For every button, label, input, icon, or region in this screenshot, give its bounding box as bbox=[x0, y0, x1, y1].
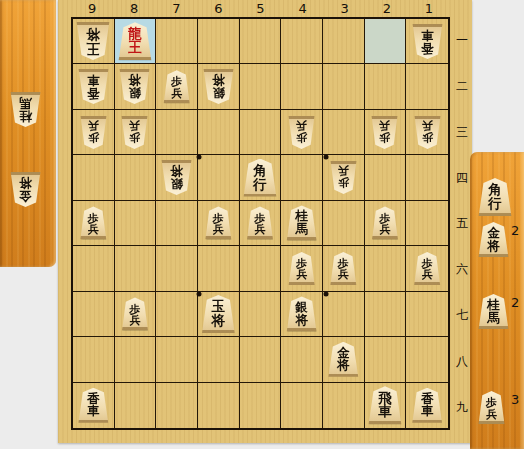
piece-4六[interactable]: 歩兵 bbox=[288, 252, 315, 285]
square-5八[interactable] bbox=[240, 337, 282, 382]
piece-kanji: 将 bbox=[337, 359, 350, 372]
square-5三[interactable] bbox=[240, 110, 282, 155]
square-3二[interactable] bbox=[323, 64, 365, 109]
square-8八[interactable] bbox=[115, 337, 157, 382]
piece-kanji: 銀 bbox=[212, 87, 225, 100]
rank-label: 七 bbox=[452, 292, 472, 338]
piece-8三[interactable]: 歩兵 bbox=[121, 116, 148, 149]
piece-2九[interactable]: 飛車 bbox=[368, 386, 402, 424]
piece-kanji: 車 bbox=[378, 405, 392, 419]
square-2一[interactable] bbox=[365, 19, 407, 64]
square-4八[interactable] bbox=[281, 337, 323, 382]
piece-kanji: 桂 bbox=[19, 110, 32, 123]
rank-label: 二 bbox=[452, 63, 472, 109]
file-label: 9 bbox=[71, 0, 113, 17]
piece-9三[interactable]: 歩兵 bbox=[80, 116, 107, 149]
square-8九[interactable] bbox=[115, 383, 157, 428]
hand-sente-角行[interactable]: 角行 bbox=[478, 178, 512, 216]
piece-kanji: 兵 bbox=[379, 120, 390, 131]
piece-kanji: 将 bbox=[212, 314, 226, 328]
square-8三[interactable]: 歩兵 bbox=[115, 110, 157, 155]
piece-9九[interactable]: 香車 bbox=[78, 388, 109, 423]
square-5五[interactable]: 歩兵 bbox=[240, 201, 282, 246]
piece-kanji: 兵 bbox=[171, 88, 182, 99]
square-1八[interactable] bbox=[406, 337, 448, 382]
square-3七[interactable] bbox=[323, 292, 365, 337]
piece-kanji: 将 bbox=[212, 74, 225, 87]
piece-5五[interactable]: 歩兵 bbox=[246, 206, 273, 239]
piece-kanji: 歩 bbox=[88, 131, 99, 142]
piece-kanji: 兵 bbox=[129, 315, 140, 326]
square-1三[interactable]: 歩兵 bbox=[406, 110, 448, 155]
piece-kanji: 将 bbox=[170, 165, 183, 178]
square-5一[interactable] bbox=[240, 19, 282, 64]
square-8七[interactable]: 歩兵 bbox=[115, 292, 157, 337]
piece-kanji: 兵 bbox=[213, 224, 224, 235]
file-label: 3 bbox=[324, 0, 366, 17]
piece-7四[interactable]: 銀将 bbox=[161, 160, 192, 195]
piece-kanji: 兵 bbox=[88, 224, 99, 235]
square-3五[interactable] bbox=[323, 201, 365, 246]
piece-kanji: 歩 bbox=[486, 397, 497, 408]
piece-count: 2 bbox=[511, 296, 519, 309]
piece-8七[interactable]: 歩兵 bbox=[121, 297, 148, 330]
piece-kanji: 馬 bbox=[295, 223, 308, 236]
piece-kanji: 行 bbox=[488, 197, 502, 211]
piece-2五[interactable]: 歩兵 bbox=[371, 206, 398, 239]
hand-sente-歩兵[interactable]: 歩兵 bbox=[478, 391, 505, 424]
piece-9一[interactable]: 王将 bbox=[76, 22, 110, 60]
square-4六[interactable]: 歩兵 bbox=[281, 246, 323, 291]
piece-kanji: 将 bbox=[87, 27, 101, 41]
piece-9二[interactable]: 香車 bbox=[78, 69, 109, 104]
square-1五[interactable] bbox=[406, 201, 448, 246]
square-9一[interactable]: 王将 bbox=[73, 19, 115, 64]
file-label: 7 bbox=[155, 0, 197, 17]
hand-piece-sente-3: 桂馬2 bbox=[478, 294, 509, 329]
piece-8二[interactable]: 銀将 bbox=[119, 69, 150, 104]
square-6五[interactable]: 歩兵 bbox=[198, 201, 240, 246]
piece-kanji: 兵 bbox=[129, 120, 140, 131]
square-9二[interactable]: 香車 bbox=[73, 64, 115, 109]
hoshi-star bbox=[197, 154, 202, 159]
piece-7二[interactable]: 歩兵 bbox=[163, 70, 190, 103]
rank-label: 一 bbox=[452, 17, 472, 63]
square-3一[interactable] bbox=[323, 19, 365, 64]
piece-kanji: 兵 bbox=[296, 120, 307, 131]
piece-3八[interactable]: 金将 bbox=[328, 342, 359, 377]
gote-hand-tray: 桂馬金将 bbox=[0, 0, 56, 267]
piece-2三[interactable]: 歩兵 bbox=[371, 116, 398, 149]
rank-label: 八 bbox=[452, 338, 472, 384]
square-6二[interactable]: 銀将 bbox=[198, 64, 240, 109]
piece-kanji: 将 bbox=[487, 240, 500, 253]
square-7五[interactable] bbox=[156, 201, 198, 246]
piece-kanji: 馬 bbox=[19, 97, 32, 110]
shogi-board: 987654321 一二三四五六七八九 王将龍王香車香車銀将歩兵銀将歩兵歩兵歩兵… bbox=[58, 0, 472, 443]
piece-kanji: 行 bbox=[253, 178, 267, 192]
square-7四[interactable]: 銀将 bbox=[156, 155, 198, 200]
piece-kanji: 兵 bbox=[254, 224, 265, 235]
square-5六[interactable] bbox=[240, 246, 282, 291]
square-6九[interactable] bbox=[198, 383, 240, 428]
piece-1六[interactable]: 歩兵 bbox=[414, 252, 441, 285]
square-3四[interactable]: 歩兵 bbox=[323, 155, 365, 200]
piece-kanji: 歩 bbox=[379, 131, 390, 142]
square-6七[interactable]: 玉将 bbox=[198, 292, 240, 337]
square-7二[interactable]: 歩兵 bbox=[156, 64, 198, 109]
rank-label: 五 bbox=[452, 201, 472, 247]
hand-piece-sente-1: 角行 bbox=[478, 178, 512, 216]
piece-kanji: 将 bbox=[129, 74, 142, 87]
hand-piece-sente-4: 歩兵3 bbox=[478, 391, 505, 424]
hand-piece-gote-1: 桂馬 bbox=[10, 92, 41, 127]
piece-kanji: 銀 bbox=[170, 178, 183, 191]
hand-sente-金将[interactable]: 金将 bbox=[478, 222, 509, 257]
square-2九[interactable]: 飛車 bbox=[365, 383, 407, 428]
square-4七[interactable]: 銀将 bbox=[281, 292, 323, 337]
hand-gote-金将[interactable]: 金将 bbox=[10, 172, 41, 207]
piece-kanji: 歩 bbox=[422, 131, 433, 142]
square-3六[interactable]: 歩兵 bbox=[323, 246, 365, 291]
square-2七[interactable] bbox=[365, 292, 407, 337]
piece-9五[interactable]: 歩兵 bbox=[80, 206, 107, 239]
hand-sente-桂馬[interactable]: 桂馬 bbox=[478, 294, 509, 329]
square-6八[interactable] bbox=[198, 337, 240, 382]
piece-kanji: 馬 bbox=[487, 312, 500, 325]
square-6四[interactable] bbox=[198, 155, 240, 200]
sente-hand-tray: 角行金将2桂馬2歩兵3 bbox=[470, 152, 524, 449]
piece-kanji: 車 bbox=[421, 405, 434, 418]
piece-kanji: 兵 bbox=[379, 224, 390, 235]
square-2四[interactable] bbox=[365, 155, 407, 200]
square-8五[interactable] bbox=[115, 201, 157, 246]
hand-gote-桂馬[interactable]: 桂馬 bbox=[10, 92, 41, 127]
file-label: 6 bbox=[197, 0, 239, 17]
piece-1一[interactable]: 香車 bbox=[412, 24, 443, 59]
piece-4五[interactable]: 桂馬 bbox=[286, 205, 317, 240]
piece-6二[interactable]: 銀将 bbox=[203, 69, 234, 104]
square-1四[interactable] bbox=[406, 155, 448, 200]
square-5二[interactable] bbox=[240, 64, 282, 109]
square-2三[interactable]: 歩兵 bbox=[365, 110, 407, 155]
piece-4七[interactable]: 銀将 bbox=[286, 296, 317, 331]
square-8六[interactable] bbox=[115, 246, 157, 291]
piece-kanji: 銀 bbox=[129, 87, 142, 100]
rank-label: 三 bbox=[452, 109, 472, 155]
square-3八[interactable]: 金将 bbox=[323, 337, 365, 382]
piece-kanji: 車 bbox=[421, 28, 434, 41]
piece-kanji: 兵 bbox=[422, 269, 433, 280]
square-4二[interactable] bbox=[281, 64, 323, 109]
square-7三[interactable] bbox=[156, 110, 198, 155]
square-4三[interactable]: 歩兵 bbox=[281, 110, 323, 155]
piece-4三[interactable]: 歩兵 bbox=[288, 116, 315, 149]
square-4九[interactable] bbox=[281, 383, 323, 428]
piece-kanji: 車 bbox=[87, 74, 100, 87]
square-8四[interactable] bbox=[115, 155, 157, 200]
square-1二[interactable] bbox=[406, 64, 448, 109]
square-7一[interactable] bbox=[156, 19, 198, 64]
piece-kanji: 兵 bbox=[338, 165, 349, 176]
piece-kanji: 香 bbox=[421, 41, 434, 54]
piece-3四[interactable]: 歩兵 bbox=[330, 161, 357, 194]
piece-kanji: 王 bbox=[128, 41, 142, 55]
square-5四[interactable]: 角行 bbox=[240, 155, 282, 200]
rank-label: 四 bbox=[452, 155, 472, 201]
square-6一[interactable] bbox=[198, 19, 240, 64]
piece-kanji: 兵 bbox=[486, 409, 497, 420]
piece-kanji: 歩 bbox=[296, 131, 307, 142]
square-1九[interactable]: 香車 bbox=[406, 383, 448, 428]
rank-label: 六 bbox=[452, 246, 472, 292]
board-grid: 王将龍王香車香車銀将歩兵銀将歩兵歩兵歩兵歩兵歩兵銀将角行歩兵歩兵歩兵歩兵桂馬歩兵… bbox=[71, 17, 450, 430]
square-7七[interactable] bbox=[156, 292, 198, 337]
piece-kanji: 歩 bbox=[171, 76, 182, 87]
file-labels: 987654321 bbox=[71, 0, 450, 17]
piece-kanji: 兵 bbox=[338, 269, 349, 280]
piece-kanji: 兵 bbox=[296, 269, 307, 280]
square-6三[interactable] bbox=[198, 110, 240, 155]
square-7六[interactable] bbox=[156, 246, 198, 291]
piece-kanji: 金 bbox=[19, 190, 32, 203]
piece-1三[interactable]: 歩兵 bbox=[414, 116, 441, 149]
hoshi-star bbox=[323, 154, 328, 159]
piece-3六[interactable]: 歩兵 bbox=[330, 252, 357, 285]
piece-kanji: 将 bbox=[295, 314, 308, 327]
square-9九[interactable]: 香車 bbox=[73, 383, 115, 428]
square-8一[interactable]: 龍王 bbox=[115, 19, 157, 64]
piece-count: 2 bbox=[511, 224, 519, 237]
piece-kanji: 香 bbox=[87, 87, 100, 100]
square-4四[interactable] bbox=[281, 155, 323, 200]
square-9三[interactable]: 歩兵 bbox=[73, 110, 115, 155]
piece-kanji: 歩 bbox=[338, 177, 349, 188]
square-9六[interactable] bbox=[73, 246, 115, 291]
file-label: 8 bbox=[113, 0, 155, 17]
square-9七[interactable] bbox=[73, 292, 115, 337]
file-label: 2 bbox=[366, 0, 408, 17]
square-9八[interactable] bbox=[73, 337, 115, 382]
square-8二[interactable]: 銀将 bbox=[115, 64, 157, 109]
file-label: 1 bbox=[408, 0, 450, 17]
square-4一[interactable] bbox=[281, 19, 323, 64]
piece-count: 3 bbox=[511, 393, 519, 406]
piece-6七[interactable]: 玉将 bbox=[201, 295, 235, 333]
square-2六[interactable] bbox=[365, 246, 407, 291]
piece-kanji: 将 bbox=[19, 177, 32, 190]
square-9四[interactable] bbox=[73, 155, 115, 200]
file-label: 4 bbox=[282, 0, 324, 17]
square-4五[interactable]: 桂馬 bbox=[281, 201, 323, 246]
file-label: 5 bbox=[239, 0, 281, 17]
square-1七[interactable] bbox=[406, 292, 448, 337]
square-6六[interactable] bbox=[198, 246, 240, 291]
piece-kanji: 歩 bbox=[129, 131, 140, 142]
piece-1九[interactable]: 香車 bbox=[412, 388, 443, 423]
hand-piece-gote-2: 金将 bbox=[10, 172, 41, 207]
hand-piece-sente-2: 金将2 bbox=[478, 222, 509, 257]
piece-5四[interactable]: 角行 bbox=[243, 159, 277, 197]
piece-8一[interactable]: 龍王 bbox=[118, 22, 152, 60]
piece-kanji: 兵 bbox=[88, 120, 99, 131]
square-2八[interactable] bbox=[365, 337, 407, 382]
square-7九[interactable] bbox=[156, 383, 198, 428]
hoshi-star bbox=[323, 292, 328, 297]
piece-kanji: 兵 bbox=[422, 120, 433, 131]
square-2五[interactable]: 歩兵 bbox=[365, 201, 407, 246]
square-1六[interactable]: 歩兵 bbox=[406, 246, 448, 291]
square-3九[interactable] bbox=[323, 383, 365, 428]
piece-6五[interactable]: 歩兵 bbox=[205, 206, 232, 239]
piece-kanji: 王 bbox=[87, 41, 101, 55]
square-2二[interactable] bbox=[365, 64, 407, 109]
square-9五[interactable]: 歩兵 bbox=[73, 201, 115, 246]
rank-labels: 一二三四五六七八九 bbox=[452, 17, 472, 430]
rank-label: 九 bbox=[452, 384, 472, 430]
square-7八[interactable] bbox=[156, 337, 198, 382]
piece-kanji: 車 bbox=[87, 405, 100, 418]
square-1一[interactable]: 香車 bbox=[406, 19, 448, 64]
square-5九[interactable] bbox=[240, 383, 282, 428]
hoshi-star bbox=[197, 292, 202, 297]
square-3三[interactable] bbox=[323, 110, 365, 155]
square-5七[interactable] bbox=[240, 292, 282, 337]
